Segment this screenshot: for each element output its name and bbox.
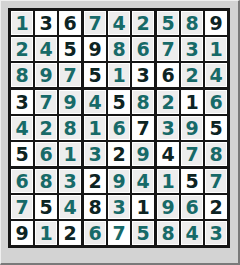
cell-r7c3[interactable]: 3 — [59, 169, 84, 195]
cell-r9c5[interactable]: 7 — [108, 221, 132, 245]
cell-r2c4[interactable]: 9 — [84, 37, 108, 63]
cell-r4c5[interactable]: 5 — [108, 90, 132, 116]
cell-r9c4[interactable]: 6 — [84, 221, 108, 245]
cell-r8c2[interactable]: 5 — [35, 195, 59, 221]
cell-r6c3[interactable]: 1 — [59, 142, 84, 169]
cell-r3c9[interactable]: 4 — [205, 63, 227, 90]
cell-r9c1[interactable]: 9 — [11, 221, 35, 245]
cell-r6c2[interactable]: 6 — [35, 142, 59, 169]
cell-r5c2[interactable]: 2 — [35, 116, 59, 142]
cell-r3c7[interactable]: 6 — [157, 63, 181, 90]
cell-r6c7[interactable]: 4 — [157, 142, 181, 169]
cell-r2c2[interactable]: 4 — [35, 37, 59, 63]
cell-r3c5[interactable]: 1 — [108, 63, 132, 90]
cell-r1c9[interactable]: 9 — [205, 11, 227, 37]
cell-r2c5[interactable]: 8 — [108, 37, 132, 63]
cell-r1c1[interactable]: 1 — [11, 11, 35, 37]
cell-r7c1[interactable]: 6 — [11, 169, 35, 195]
cell-r7c5[interactable]: 9 — [108, 169, 132, 195]
cell-r3c8[interactable]: 2 — [181, 63, 205, 90]
cell-r6c9[interactable]: 8 — [205, 142, 227, 169]
cell-r6c1[interactable]: 5 — [11, 142, 35, 169]
sudoku-board: 1367425892459867318975136243794582164281… — [8, 8, 230, 248]
cell-r7c9[interactable]: 7 — [205, 169, 227, 195]
cell-r9c3[interactable]: 2 — [59, 221, 84, 245]
cell-r2c7[interactable]: 7 — [157, 37, 181, 63]
cell-r6c8[interactable]: 7 — [181, 142, 205, 169]
cell-r1c2[interactable]: 3 — [35, 11, 59, 37]
cell-r7c6[interactable]: 4 — [132, 169, 157, 195]
cell-r8c9[interactable]: 2 — [205, 195, 227, 221]
cell-r4c4[interactable]: 4 — [84, 90, 108, 116]
cell-r7c7[interactable]: 1 — [157, 169, 181, 195]
cell-r8c5[interactable]: 3 — [108, 195, 132, 221]
cell-r1c5[interactable]: 4 — [108, 11, 132, 37]
cell-r5c4[interactable]: 1 — [84, 116, 108, 142]
cell-r2c6[interactable]: 6 — [132, 37, 157, 63]
cell-r2c8[interactable]: 3 — [181, 37, 205, 63]
cell-r8c4[interactable]: 8 — [84, 195, 108, 221]
cell-r3c2[interactable]: 9 — [35, 63, 59, 90]
cell-r9c2[interactable]: 1 — [35, 221, 59, 245]
cell-r2c3[interactable]: 5 — [59, 37, 84, 63]
cell-r2c9[interactable]: 1 — [205, 37, 227, 63]
cell-r6c5[interactable]: 2 — [108, 142, 132, 169]
cell-r1c7[interactable]: 5 — [157, 11, 181, 37]
cell-r4c9[interactable]: 6 — [205, 90, 227, 116]
cell-r8c3[interactable]: 4 — [59, 195, 84, 221]
cell-r9c7[interactable]: 8 — [157, 221, 181, 245]
cell-r4c6[interactable]: 8 — [132, 90, 157, 116]
cell-r1c3[interactable]: 6 — [59, 11, 84, 37]
cell-r3c3[interactable]: 7 — [59, 63, 84, 90]
cell-r9c6[interactable]: 5 — [132, 221, 157, 245]
cell-r5c5[interactable]: 6 — [108, 116, 132, 142]
cell-r4c3[interactable]: 9 — [59, 90, 84, 116]
cell-r8c7[interactable]: 9 — [157, 195, 181, 221]
cell-r5c3[interactable]: 8 — [59, 116, 84, 142]
cell-r4c8[interactable]: 1 — [181, 90, 205, 116]
cell-r6c6[interactable]: 9 — [132, 142, 157, 169]
cell-r9c8[interactable]: 4 — [181, 221, 205, 245]
cell-r7c2[interactable]: 8 — [35, 169, 59, 195]
game-panel: 1367425892459867318975136243794582164281… — [0, 0, 240, 265]
cell-r8c6[interactable]: 1 — [132, 195, 157, 221]
cell-r5c6[interactable]: 7 — [132, 116, 157, 142]
cell-r6c4[interactable]: 3 — [84, 142, 108, 169]
cell-r5c8[interactable]: 9 — [181, 116, 205, 142]
cell-r7c4[interactable]: 2 — [84, 169, 108, 195]
cell-r1c8[interactable]: 8 — [181, 11, 205, 37]
cell-r4c2[interactable]: 7 — [35, 90, 59, 116]
cell-r2c1[interactable]: 2 — [11, 37, 35, 63]
cell-r1c4[interactable]: 7 — [84, 11, 108, 37]
cell-r3c6[interactable]: 3 — [132, 63, 157, 90]
cell-r5c9[interactable]: 5 — [205, 116, 227, 142]
cell-r3c4[interactable]: 5 — [84, 63, 108, 90]
cell-r7c8[interactable]: 5 — [181, 169, 205, 195]
cell-r5c7[interactable]: 3 — [157, 116, 181, 142]
cell-r4c7[interactable]: 2 — [157, 90, 181, 116]
cell-r8c8[interactable]: 6 — [181, 195, 205, 221]
cell-r3c1[interactable]: 8 — [11, 63, 35, 90]
cell-r5c1[interactable]: 4 — [11, 116, 35, 142]
cell-r4c1[interactable]: 3 — [11, 90, 35, 116]
cell-r8c1[interactable]: 7 — [11, 195, 35, 221]
cell-r9c9[interactable]: 3 — [205, 221, 227, 245]
cell-r1c6[interactable]: 2 — [132, 11, 157, 37]
